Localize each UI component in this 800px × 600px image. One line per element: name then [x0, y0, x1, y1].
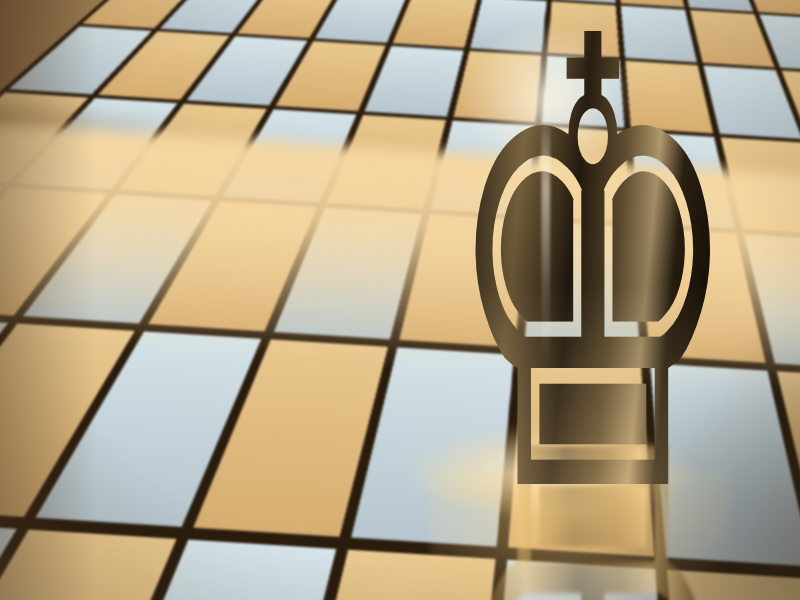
king-glyph: ♚: [443, 0, 743, 600]
piece-layer: ♚ ♚: [0, 0, 800, 600]
glass-king-piece: ♚: [443, 0, 654, 580]
photo-scene: ♚ ♚: [0, 0, 800, 600]
